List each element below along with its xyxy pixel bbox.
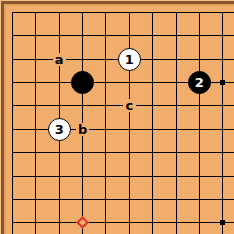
- black-stone: [71, 71, 94, 94]
- grid-line-vertical-6: [152, 12, 153, 234]
- hoshi-star-point-marker: [220, 220, 225, 225]
- grid-line-vertical-9: [222, 12, 223, 234]
- grid-line-horizontal-5: [12, 129, 234, 130]
- white-stone-move-1: 1: [118, 48, 141, 71]
- grid-line-vertical-0: [12, 12, 13, 234]
- grid-line-vertical-8: [199, 12, 200, 234]
- go-board: abc 123: [0, 0, 234, 234]
- grid-line-vertical-7: [176, 12, 177, 234]
- hoshi-star-point-marker: [220, 80, 225, 85]
- board-edge-shadow-top: [4, 4, 234, 6]
- red-diamond-marker: [76, 216, 89, 229]
- letter-point-b: b: [76, 123, 89, 136]
- board-edge-shadow-left: [4, 4, 6, 234]
- grid-line-horizontal-8: [12, 199, 234, 200]
- white-stone-move-3: 3: [48, 118, 71, 141]
- letter-point-a: a: [53, 53, 66, 66]
- grid-line-horizontal-9: [12, 222, 234, 223]
- grid-line-horizontal-7: [12, 176, 234, 177]
- go-diagram-screenshot: abc 123: [0, 0, 234, 234]
- grid-line-horizontal-0: [12, 12, 234, 13]
- grid-line-horizontal-6: [12, 152, 234, 153]
- grid-line-vertical-5: [129, 12, 130, 234]
- grid-line-vertical-1: [35, 12, 36, 234]
- grid-line-vertical-4: [105, 12, 106, 234]
- grid-line-horizontal-1: [12, 35, 234, 36]
- letter-point-c: c: [123, 99, 136, 112]
- black-stone-move-2: 2: [188, 71, 211, 94]
